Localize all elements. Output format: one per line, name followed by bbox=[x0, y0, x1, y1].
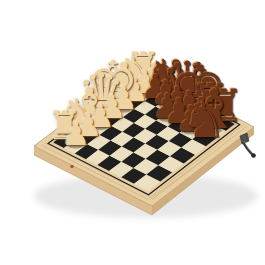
piece-black-knight[interactable]: ♞ bbox=[182, 95, 226, 144]
product-photo-scene: ♜♟♞♞♟♝♝♟♟♛♚♟♟♚♟♛♜♟♟♟♝♜♟♟♟♝♞♟♟♞♜♟ bbox=[0, 0, 265, 265]
clasp-latch-icon bbox=[240, 133, 256, 158]
piece-white-pawn[interactable]: ♟ bbox=[61, 118, 90, 150]
red-logo-mark bbox=[70, 165, 73, 168]
